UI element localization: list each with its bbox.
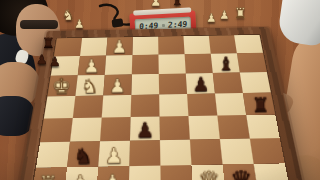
- square-e4: ♟: [130, 117, 160, 141]
- square-f8: [250, 138, 285, 164]
- piece-white-pawn-f3: ♟: [104, 146, 123, 167]
- captured-black-bishop-behind_clock: ♝: [171, 0, 184, 7]
- captured-white-pawn-right_table: ♟: [219, 9, 230, 21]
- captured-black-pawn-left_table: ♟: [36, 53, 48, 66]
- square-b7: ♝: [211, 53, 240, 73]
- captured-white-rook-right_table: ♜: [234, 6, 247, 20]
- square-a3: ♟: [106, 37, 133, 56]
- square-e3: [100, 117, 131, 141]
- square-f2: ♞: [67, 141, 100, 167]
- square-e6: [188, 116, 219, 140]
- square-c8: [240, 72, 271, 93]
- square-g2: ♟: [64, 167, 98, 180]
- square-a8: [234, 35, 263, 53]
- board-frame: ♟♟♝♚♞♟♟♜♟♞♟♜♟♟♛♛♟♚: [9, 27, 313, 180]
- piece-white-knight-c2: ♞: [81, 77, 98, 96]
- square-f5: [160, 140, 192, 166]
- captured-white-pawn-left_table: ♟: [74, 18, 85, 30]
- square-f6: [190, 139, 223, 165]
- square-f4: [129, 140, 160, 166]
- piece-black-rook-d8: ♜: [251, 96, 269, 116]
- square-g8: [254, 163, 290, 180]
- square-d5: [159, 94, 188, 117]
- square-c1: ♚: [47, 75, 77, 96]
- square-f1: [36, 142, 70, 168]
- piece-white-king-c1: ♚: [52, 75, 71, 96]
- square-a7: [209, 35, 237, 53]
- square-c4: [131, 74, 159, 95]
- captured-white-pawn-right_table: ♟: [206, 12, 217, 24]
- square-f3: ♟: [98, 141, 130, 167]
- square-g3: ♟: [96, 166, 129, 180]
- piece-white-pawn-a3: ♟: [111, 38, 127, 56]
- square-e2: [70, 118, 102, 142]
- square-g4: [129, 166, 161, 180]
- square-a5: [158, 36, 184, 55]
- piece-white-pawn-b2: ♟: [83, 57, 100, 76]
- square-e8: [246, 115, 280, 139]
- captured-black-pawn-left_table: ♟: [49, 55, 61, 68]
- piece-black-pawn-c6: ♟: [192, 75, 209, 94]
- piece-black-bishop-b7: ♝: [218, 55, 235, 74]
- right-player-sleeve: [277, 0, 320, 47]
- clock-divider: [161, 24, 164, 27]
- chess-board: ♟♟♝♚♞♟♟♜♟♞♟♜♟♟♛♛♟♚: [9, 27, 313, 180]
- square-b5: [158, 54, 185, 74]
- square-a2: [80, 37, 107, 56]
- piece-white-pawn-c3: ♟: [109, 77, 126, 96]
- square-e1: [40, 118, 73, 142]
- board-grid: ♟♟♝♚♞♟♟♜♟♞♟♜♟♟♛♛♟♚: [27, 35, 296, 180]
- square-b4: [132, 55, 159, 75]
- square-d3: [102, 95, 132, 118]
- photo-scene: 0:49 2:49 ♟♟♝♚♞♟♟♜♟♞♟♜♟♟♛♛♟♚ ♜♟♟♞♟♟♟♜♟♝: [0, 0, 320, 180]
- square-c5: [159, 73, 187, 94]
- square-b6: [185, 54, 213, 74]
- square-c7: [213, 73, 243, 94]
- square-d1: [44, 96, 75, 119]
- square-g1: ♜: [32, 167, 68, 180]
- square-c2: ♞: [75, 75, 104, 96]
- square-g6: ♛: [191, 165, 225, 180]
- captured-white-pawn-behind_clock: ♟: [150, 0, 162, 8]
- piece-white-pawn-g3: ♟: [102, 172, 122, 180]
- piece-black-queen-g7: ♛: [230, 167, 252, 180]
- square-c6: ♟: [186, 73, 215, 94]
- square-c3: ♟: [103, 74, 131, 95]
- square-d2: [73, 95, 103, 118]
- square-a6: [183, 36, 210, 55]
- piece-black-knight-f2: ♞: [73, 146, 92, 167]
- square-b2: ♟: [78, 56, 106, 76]
- piece-white-pawn-g2: ♟: [70, 173, 90, 180]
- captured-white-knight-left_table: ♞: [62, 8, 75, 22]
- square-b3: [105, 55, 133, 75]
- square-d7: [215, 93, 246, 115]
- captured-black-rook-left_table: ♜: [42, 36, 55, 50]
- square-d6: [187, 94, 217, 116]
- square-g7: ♛: [223, 164, 258, 180]
- left-player-glasses: [20, 20, 58, 29]
- square-d8: ♜: [243, 93, 275, 115]
- piece-white-rook-g1: ♜: [38, 173, 58, 180]
- square-a4: [132, 37, 158, 56]
- square-b8: [237, 53, 267, 73]
- square-f7: [220, 139, 254, 165]
- square-g5: [160, 165, 193, 180]
- square-d4: [131, 95, 160, 118]
- piece-white-queen-g6: ♛: [198, 168, 220, 180]
- square-e5: [160, 116, 190, 140]
- piece-black-pawn-e4: ♟: [136, 120, 155, 141]
- square-e7: [217, 115, 249, 139]
